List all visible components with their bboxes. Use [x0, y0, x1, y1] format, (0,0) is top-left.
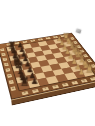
chess-board: abcdefgh abcdefgh 12345678 12345678 ♜♟♟♜… — [0, 33, 95, 100]
coordinate-label: c — [42, 87, 48, 91]
square: ♚ — [71, 54, 82, 60]
coordinate-label: e — [62, 83, 68, 87]
square: ♜ — [82, 69, 95, 76]
coordinate-label: b — [32, 89, 38, 93]
coordinate-label: a — [22, 91, 28, 95]
coordinate-label: 5 — [83, 54, 88, 57]
coordinate-label: 8 — [11, 87, 16, 91]
coordinate-label: g — [81, 79, 87, 82]
square: ♝ — [75, 59, 87, 66]
coordinate-label: h — [90, 77, 95, 80]
coordinate-label: 6 — [87, 59, 92, 62]
clasp-latch-icon — [76, 28, 82, 33]
coordinate-label: 2 — [2, 53, 6, 56]
coordinate-label: 2 — [73, 41, 77, 44]
coordinate-label: 1 — [70, 37, 74, 39]
coordinate-label: 7 — [91, 64, 95, 67]
piece-bQ: ♛ — [6, 54, 27, 65]
coordinate-label: d — [52, 85, 58, 89]
square — [47, 59, 58, 66]
coordinate-label: f — [72, 81, 78, 85]
coordinate-label: 7 — [9, 80, 14, 84]
coordinate-label: 3 — [3, 58, 7, 61]
coordinate-label: 5 — [6, 68, 10, 71]
coordinate-label: 6 — [7, 74, 12, 78]
coordinate-label: 3 — [76, 45, 81, 48]
product-photo: abcdefgh abcdefgh 12345678 12345678 ♜♟♟♜… — [0, 0, 95, 126]
coordinate-label: 4 — [80, 50, 85, 53]
coordinate-label: 4 — [4, 63, 8, 66]
coordinate-label: 1 — [0, 48, 4, 51]
